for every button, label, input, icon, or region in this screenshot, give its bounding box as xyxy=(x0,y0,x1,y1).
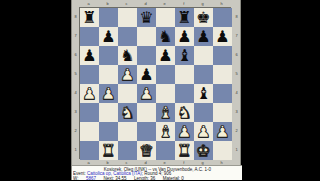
piece-white-pawn: ♟ xyxy=(139,84,153,103)
rank-label-6: 6 xyxy=(232,45,242,64)
square-d5: ♟ xyxy=(137,65,156,84)
square-b6 xyxy=(99,46,118,65)
square-g6 xyxy=(194,46,213,65)
rank-label-4: 4 xyxy=(232,83,242,102)
square-f1: ♜ xyxy=(175,141,194,160)
stat-material: Material: 0 xyxy=(163,176,184,181)
square-c5: ♟ xyxy=(118,65,137,84)
square-a8: ♜ xyxy=(80,8,99,27)
square-d1: ♛ xyxy=(137,141,156,160)
square-f8: ♜ xyxy=(175,8,194,27)
rank-label-6: 6 xyxy=(72,45,79,64)
square-e8 xyxy=(156,8,175,27)
file-label-a: a xyxy=(79,0,98,7)
rank-label-8: 8 xyxy=(72,7,79,26)
stat-white-label: W: xyxy=(73,176,78,181)
square-g3 xyxy=(194,103,213,122)
piece-black-pawn: ♟ xyxy=(215,27,229,46)
square-c6: ♞ xyxy=(118,46,137,65)
file-label-e: e xyxy=(155,0,174,7)
piece-white-queen: ♛ xyxy=(139,141,153,160)
square-c7 xyxy=(118,27,137,46)
stat-id: 5867 xyxy=(86,176,96,181)
board-frame: abcdefgh 87654321 87654321 ♜♛♜♚♟♞♟♟♟♟♞♟♝… xyxy=(71,0,241,180)
square-b7: ♟ xyxy=(99,27,118,46)
piece-white-knight: ♞ xyxy=(177,103,191,122)
square-c8 xyxy=(118,8,137,27)
square-a3 xyxy=(80,103,99,122)
rank-label-3: 3 xyxy=(72,102,79,121)
file-label-g: g xyxy=(193,0,212,7)
stats-line: W: 5867 Next: 34.55 Length: 36 Material:… xyxy=(73,176,242,181)
square-h8 xyxy=(213,8,232,27)
file-label-c: c xyxy=(117,0,136,7)
rank-label-4: 4 xyxy=(72,83,79,102)
piece-black-bishop: ♝ xyxy=(196,84,210,103)
square-d4: ♟ xyxy=(137,84,156,103)
rank-labels-right: 87654321 xyxy=(232,7,242,159)
square-g2: ♟ xyxy=(194,122,213,141)
square-d8: ♛ xyxy=(137,8,156,27)
square-h2: ♟ xyxy=(213,122,232,141)
rank-label-1: 1 xyxy=(232,140,242,159)
square-a4: ♟ xyxy=(80,84,99,103)
square-e6: ♟ xyxy=(156,46,175,65)
piece-black-pawn: ♟ xyxy=(82,46,96,65)
square-g7: ♟ xyxy=(194,27,213,46)
rank-label-2: 2 xyxy=(232,121,242,140)
square-g8: ♚ xyxy=(194,8,213,27)
rank-label-1: 1 xyxy=(72,140,79,159)
piece-black-pawn: ♟ xyxy=(158,46,172,65)
square-a2 xyxy=(80,122,99,141)
square-a6: ♟ xyxy=(80,46,99,65)
piece-black-pawn: ♟ xyxy=(101,27,115,46)
rank-label-5: 5 xyxy=(232,64,242,83)
square-b2 xyxy=(99,122,118,141)
rank-labels-left: 87654321 xyxy=(72,7,79,159)
rank-label-2: 2 xyxy=(72,121,79,140)
square-f5 xyxy=(175,65,194,84)
square-e4 xyxy=(156,84,175,103)
piece-white-pawn: ♟ xyxy=(196,122,210,141)
file-label-d: d xyxy=(136,0,155,7)
rank-label-8: 8 xyxy=(232,7,242,26)
square-f3: ♞ xyxy=(175,103,194,122)
event-label: Event: xyxy=(73,171,87,176)
square-e5 xyxy=(156,65,175,84)
piece-white-bishop: ♝ xyxy=(158,103,172,122)
square-e1 xyxy=(156,141,175,160)
event-rest: ; Round 4; 906 xyxy=(142,171,172,176)
square-d2 xyxy=(137,122,156,141)
file-label-b: b xyxy=(98,0,117,7)
file-label-h: h xyxy=(212,0,231,7)
square-g4: ♝ xyxy=(194,84,213,103)
piece-white-pawn: ♟ xyxy=(101,84,115,103)
square-d6 xyxy=(137,46,156,65)
event-link[interactable]: Cattolica op, Cattolica (ITA) xyxy=(87,171,142,176)
square-b3 xyxy=(99,103,118,122)
piece-black-pawn: ♟ xyxy=(139,65,153,84)
stat-length: Length: 36 xyxy=(134,176,155,181)
square-b1: ♜ xyxy=(99,141,118,160)
square-c1 xyxy=(118,141,137,160)
square-d7 xyxy=(137,27,156,46)
piece-white-rook: ♜ xyxy=(177,141,191,160)
square-f7: ♟ xyxy=(175,27,194,46)
square-a1 xyxy=(80,141,99,160)
piece-black-pawn: ♟ xyxy=(196,27,210,46)
square-h1 xyxy=(213,141,232,160)
piece-white-bishop: ♝ xyxy=(158,122,172,141)
piece-black-knight: ♞ xyxy=(120,46,134,65)
square-h3 xyxy=(213,103,232,122)
square-a7 xyxy=(80,27,99,46)
square-h6 xyxy=(213,46,232,65)
piece-black-queen: ♛ xyxy=(139,8,153,27)
square-c2 xyxy=(118,122,137,141)
square-e7: ♞ xyxy=(156,27,175,46)
piece-white-knight: ♞ xyxy=(120,103,134,122)
square-g1: ♚ xyxy=(194,141,213,160)
info-panel: Kosiorek, Oleg (UNK) -- vs Van Duyvenbod… xyxy=(72,165,242,180)
board: ♜♛♜♚♟♞♟♟♟♟♞♟♝♟♟♟♟♟♝♞♝♞♝♟♟♟♜♛♜♚ xyxy=(79,7,231,159)
square-b8 xyxy=(99,8,118,27)
rank-label-3: 3 xyxy=(232,102,242,121)
square-e2: ♝ xyxy=(156,122,175,141)
event-line: Event: Cattolica op, Cattolica (ITA); Ro… xyxy=(73,171,242,176)
square-c3: ♞ xyxy=(118,103,137,122)
piece-black-bishop: ♝ xyxy=(177,46,191,65)
square-h5 xyxy=(213,65,232,84)
piece-white-pawn: ♟ xyxy=(120,65,134,84)
piece-white-pawn: ♟ xyxy=(82,84,96,103)
piece-white-king: ♚ xyxy=(196,141,210,160)
piece-white-rook: ♜ xyxy=(101,141,115,160)
file-labels-top: abcdefgh xyxy=(79,0,231,7)
piece-white-pawn: ♟ xyxy=(177,122,191,141)
square-g5 xyxy=(194,65,213,84)
square-f4 xyxy=(175,84,194,103)
piece-black-pawn: ♟ xyxy=(177,27,191,46)
rank-label-7: 7 xyxy=(72,26,79,45)
square-c4 xyxy=(118,84,137,103)
rank-label-7: 7 xyxy=(232,26,242,45)
stat-next: Next: 34.55 xyxy=(103,176,126,181)
piece-white-pawn: ♟ xyxy=(215,122,229,141)
square-b4: ♟ xyxy=(99,84,118,103)
file-label-f: f xyxy=(174,0,193,7)
square-h7: ♟ xyxy=(213,27,232,46)
square-b5 xyxy=(99,65,118,84)
square-a5 xyxy=(80,65,99,84)
square-h4 xyxy=(213,84,232,103)
piece-black-king: ♚ xyxy=(196,8,210,27)
rank-label-5: 5 xyxy=(72,64,79,83)
square-e3: ♝ xyxy=(156,103,175,122)
piece-black-rook: ♜ xyxy=(82,8,96,27)
square-d3 xyxy=(137,103,156,122)
piece-black-knight: ♞ xyxy=(158,27,172,46)
piece-black-rook: ♜ xyxy=(177,8,191,27)
square-f2: ♟ xyxy=(175,122,194,141)
square-f6: ♝ xyxy=(175,46,194,65)
